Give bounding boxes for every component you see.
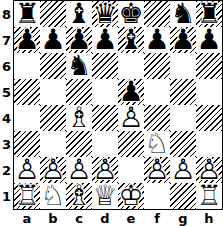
square-b6[interactable]: [40, 53, 66, 79]
white-pawn-e4[interactable]: ♙: [118, 105, 144, 131]
square-a1[interactable]: ♜♖: [14, 183, 40, 209]
square-a6[interactable]: [14, 53, 40, 79]
square-h1[interactable]: ♜♖: [196, 183, 222, 209]
file-label-h: h: [196, 210, 222, 226]
square-g1[interactable]: [170, 183, 196, 209]
square-g5[interactable]: [170, 79, 196, 105]
black-pawn-a7[interactable]: ♟: [14, 27, 40, 53]
square-b5[interactable]: [40, 79, 66, 105]
rank-label-6: 6: [0, 53, 13, 79]
square-b4[interactable]: [40, 105, 66, 131]
square-f7[interactable]: ♟: [144, 27, 170, 53]
file-label-f: f: [144, 210, 170, 226]
square-e3[interactable]: [118, 131, 144, 157]
rank-label-8: 8: [0, 1, 13, 27]
white-bishop-c4[interactable]: ♗: [66, 105, 92, 131]
rank-label-1: 1: [0, 183, 13, 209]
chess-board[interactable]: ♜♝♛♚♞♜♟♟♟♟♝♟♟♟♞♟♝♗♟♙♞♘♟♙♟♙♟♙♟♙♟♙♟♙♟♙♜♖♞♘…: [13, 0, 223, 210]
rank-labels: 87654321: [0, 0, 13, 210]
black-knight-c6[interactable]: ♞: [66, 53, 92, 79]
square-h7[interactable]: ♟: [196, 27, 222, 53]
square-c4[interactable]: ♝♗: [66, 105, 92, 131]
black-pawn-d7[interactable]: ♟: [92, 27, 118, 53]
square-g6[interactable]: [170, 53, 196, 79]
rank-label-2: 2: [0, 157, 13, 183]
square-f1[interactable]: [144, 183, 170, 209]
square-g7[interactable]: ♟: [170, 27, 196, 53]
square-a5[interactable]: [14, 79, 40, 105]
black-pawn-g7[interactable]: ♟: [170, 27, 196, 53]
square-e1[interactable]: ♚♔: [118, 183, 144, 209]
square-g2[interactable]: ♟♙: [170, 157, 196, 183]
square-h6[interactable]: [196, 53, 222, 79]
square-f5[interactable]: [144, 79, 170, 105]
rank-label-3: 3: [0, 131, 13, 157]
chess-diagram-layout: 87654321 ♜♝♛♚♞♜♟♟♟♟♝♟♟♟♞♟♝♗♟♙♞♘♟♙♟♙♟♙♟♙♟…: [0, 0, 223, 226]
file-label-d: d: [92, 210, 118, 226]
white-rook-a1[interactable]: ♖: [14, 183, 40, 209]
square-c6[interactable]: ♞: [66, 53, 92, 79]
square-e7[interactable]: ♝: [118, 27, 144, 53]
square-h4[interactable]: [196, 105, 222, 131]
square-d5[interactable]: [92, 79, 118, 105]
square-d1[interactable]: ♛♕: [92, 183, 118, 209]
file-label-c: c: [66, 210, 92, 226]
file-label-g: g: [170, 210, 196, 226]
square-f2[interactable]: ♟♙: [144, 157, 170, 183]
black-pawn-b7[interactable]: ♟: [40, 27, 66, 53]
rank-label-7: 7: [0, 27, 13, 53]
square-b1[interactable]: ♞♘: [40, 183, 66, 209]
rank-label-4: 4: [0, 105, 13, 131]
square-c1[interactable]: ♝♗: [66, 183, 92, 209]
square-h5[interactable]: [196, 79, 222, 105]
square-f6[interactable]: [144, 53, 170, 79]
square-d4[interactable]: [92, 105, 118, 131]
rank-label-5: 5: [0, 79, 13, 105]
white-pawn-f2[interactable]: ♙: [144, 157, 170, 183]
white-rook-h1[interactable]: ♖: [196, 183, 222, 209]
square-a4[interactable]: [14, 105, 40, 131]
file-label-e: e: [118, 210, 144, 226]
square-g4[interactable]: [170, 105, 196, 131]
black-pawn-h7[interactable]: ♟: [196, 27, 222, 53]
square-b7[interactable]: ♟: [40, 27, 66, 53]
square-a7[interactable]: ♟: [14, 27, 40, 53]
white-knight-b1[interactable]: ♘: [40, 183, 66, 209]
white-bishop-c1[interactable]: ♗: [66, 183, 92, 209]
black-bishop-e7[interactable]: ♝: [118, 27, 144, 53]
white-pawn-g2[interactable]: ♙: [170, 157, 196, 183]
file-labels: abcdefgh: [13, 210, 223, 226]
file-label-b: b: [40, 210, 66, 226]
file-label-a: a: [14, 210, 40, 226]
white-queen-d1[interactable]: ♕: [92, 183, 118, 209]
square-d6[interactable]: [92, 53, 118, 79]
black-pawn-f7[interactable]: ♟: [144, 27, 170, 53]
white-king-e1[interactable]: ♔: [118, 183, 144, 209]
square-e4[interactable]: ♟♙: [118, 105, 144, 131]
chess-diagram: 87654321 ♜♝♛♚♞♜♟♟♟♟♝♟♟♟♞♟♝♗♟♙♞♘♟♙♟♙♟♙♟♙♟…: [0, 0, 223, 226]
square-d7[interactable]: ♟: [92, 27, 118, 53]
